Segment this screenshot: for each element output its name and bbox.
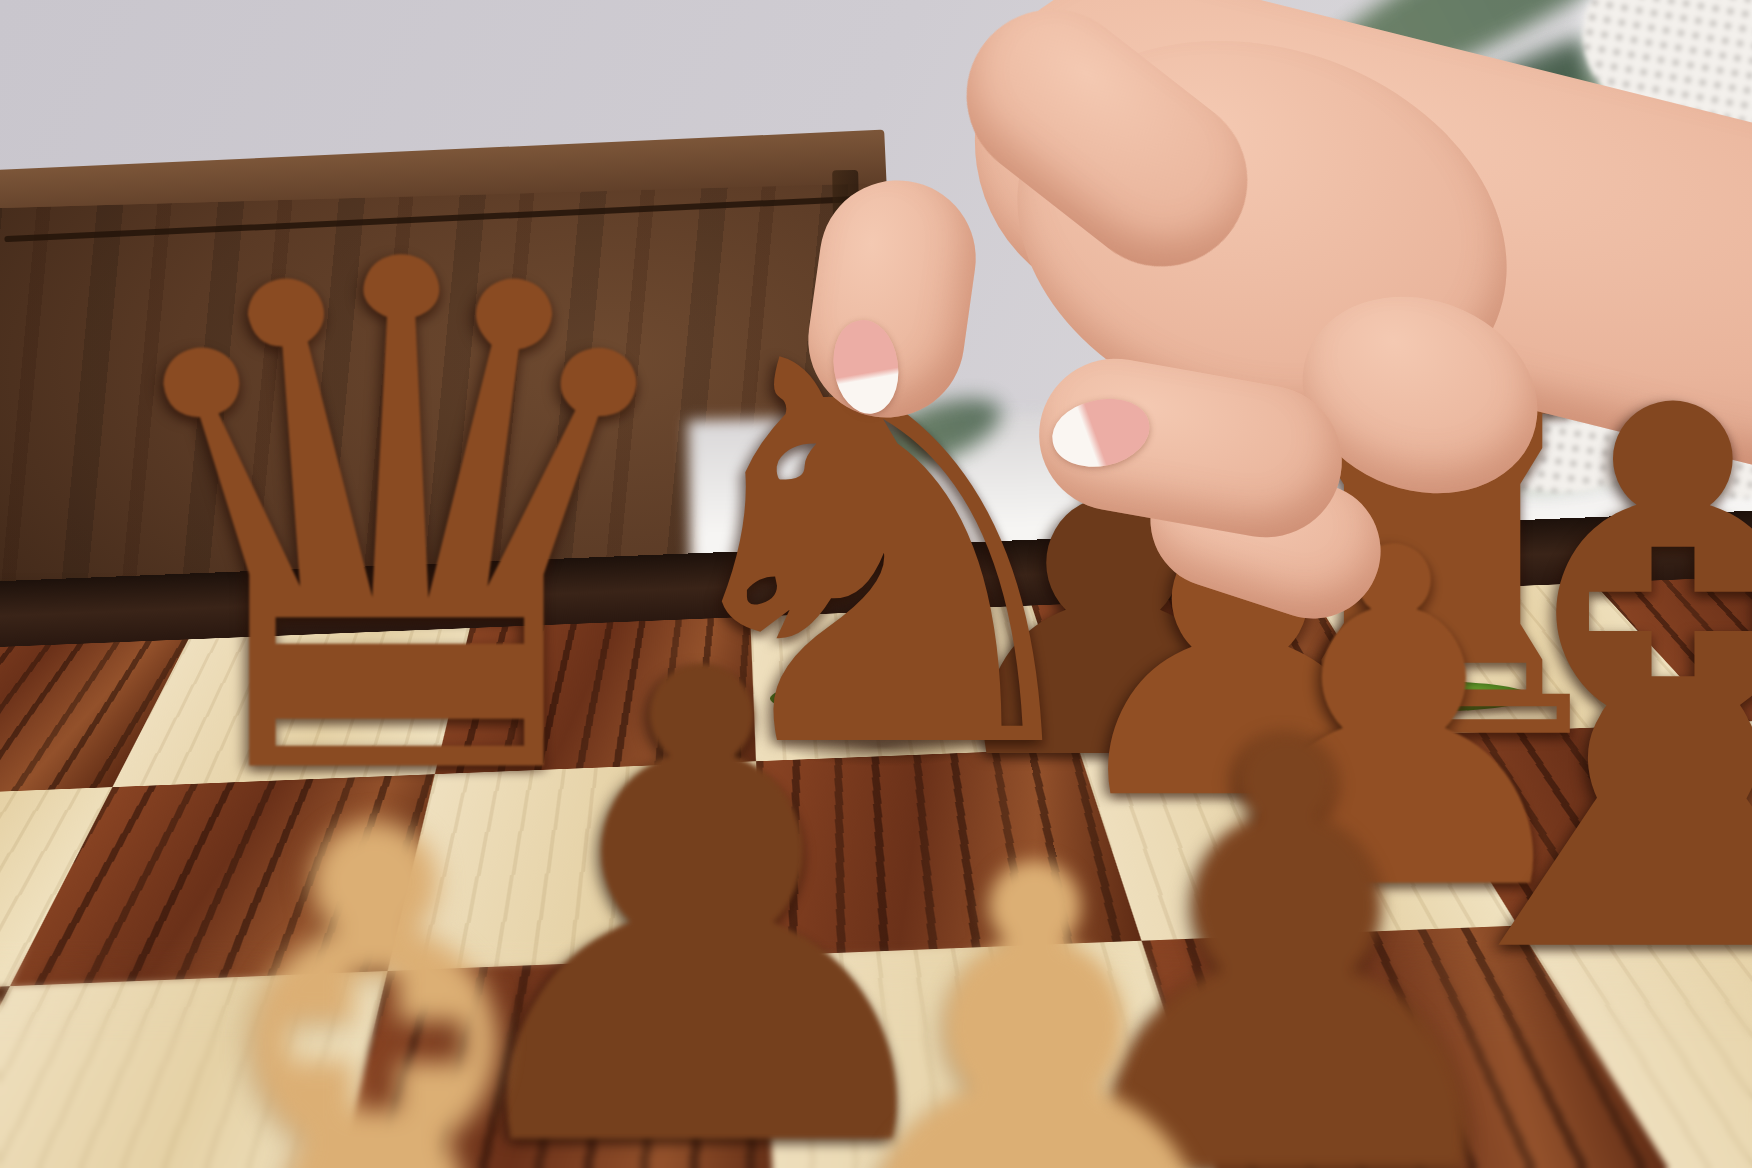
pawn-glyph: ♟	[777, 794, 1292, 1168]
bishop-glyph: ♝	[25, 731, 724, 1168]
chess-photo-scene: ♛♚♞♟♟♜♟♝♟♟♟♝	[0, 0, 1752, 1168]
